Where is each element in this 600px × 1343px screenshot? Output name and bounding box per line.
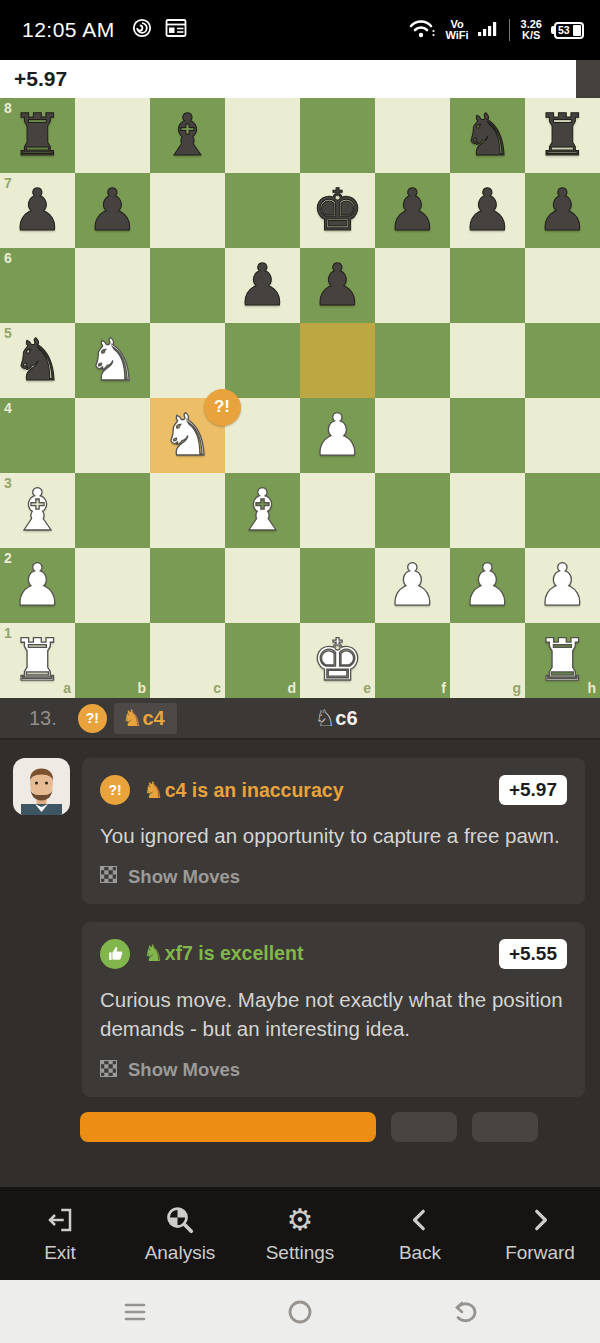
rank-label-7: 7 <box>4 176 12 190</box>
back-button[interactable]: Back <box>360 1187 480 1280</box>
square-g7[interactable]: ♟ <box>450 173 525 248</box>
square-f4[interactable] <box>375 398 450 473</box>
move-list-strip: 13. ?! ♞ c4 ♘ c6 <box>0 698 600 738</box>
evaluation-bar-black-segment <box>576 60 600 98</box>
thumbs-up-icon <box>100 939 130 969</box>
square-h4[interactable] <box>525 398 600 473</box>
square-a8[interactable]: 8♜ <box>0 98 75 173</box>
square-d5[interactable] <box>225 323 300 398</box>
square-c5[interactable] <box>150 323 225 398</box>
square-b4[interactable] <box>75 398 150 473</box>
knight-figurine-icon: ♘ <box>315 707 336 730</box>
signal-strength-icon <box>478 18 498 42</box>
square-a5[interactable]: 5♞ <box>0 323 75 398</box>
square-e8[interactable] <box>300 98 375 173</box>
knight-figurine-icon: ♞ <box>143 942 164 965</box>
piece-white-bishop[interactable]: ♝ <box>237 473 289 548</box>
knight-figurine-icon: ♞ <box>143 779 164 802</box>
evaluation-chip: +5.55 <box>499 939 567 969</box>
piece-white-rook[interactable]: ♜ <box>12 623 64 698</box>
card-title: ♞ c4 is an inaccuracy <box>143 779 344 802</box>
status-divider <box>509 19 510 41</box>
square-h8[interactable]: ♜ <box>525 98 600 173</box>
rank-label-4: 4 <box>4 401 12 415</box>
square-d2[interactable] <box>225 548 300 623</box>
file-label-c: c <box>213 681 221 695</box>
square-d3[interactable]: ♝ <box>225 473 300 548</box>
inaccuracy-badge-icon: ?! <box>204 389 241 426</box>
chevron-right-icon <box>527 1204 553 1236</box>
knight-figurine-icon: ♞ <box>122 707 143 730</box>
home-icon[interactable] <box>270 1292 330 1332</box>
square-g6[interactable] <box>450 248 525 323</box>
square-b5[interactable]: ♞ <box>75 323 150 398</box>
vowifi-label: Vo WiFi <box>445 19 468 41</box>
secondary-button-right[interactable] <box>472 1112 538 1142</box>
square-b8[interactable] <box>75 98 150 173</box>
piece-white-rook[interactable]: ♜ <box>537 623 589 698</box>
file-label-h: h <box>587 681 596 695</box>
network-speed: 3.26 K/S <box>521 19 542 41</box>
card-title: ♞ xf7 is excellent <box>143 942 303 965</box>
square-f5[interactable] <box>375 323 450 398</box>
comment-text: You ignored an opportunity to capture a … <box>100 821 567 851</box>
square-f2[interactable]: ♟ <box>375 548 450 623</box>
gear-icon: ⚙ <box>287 1204 314 1236</box>
spiral-notification-icon <box>131 17 153 43</box>
square-g3[interactable] <box>450 473 525 548</box>
piece-white-pawn[interactable]: ♟ <box>312 398 364 473</box>
piece-black-knight[interactable]: ♞ <box>462 98 514 173</box>
square-h5[interactable] <box>525 323 600 398</box>
square-e3[interactable] <box>300 473 375 548</box>
piece-black-pawn[interactable]: ♟ <box>462 173 514 248</box>
square-d8[interactable] <box>225 98 300 173</box>
move-number: 13. <box>29 707 57 730</box>
status-bar: 12:05 AM <box>0 0 600 60</box>
piece-black-pawn[interactable]: ♟ <box>87 173 139 248</box>
evaluation-chip: +5.97 <box>499 775 567 805</box>
secondary-button-left[interactable] <box>391 1112 457 1142</box>
chevron-left-icon <box>407 1204 433 1236</box>
piece-white-pawn[interactable]: ♟ <box>462 548 514 623</box>
piece-white-king[interactable]: ♚ <box>312 623 364 698</box>
square-c6[interactable] <box>150 248 225 323</box>
piece-white-knight[interactable]: ♞ <box>87 323 139 398</box>
square-e2[interactable] <box>300 548 375 623</box>
square-b2[interactable] <box>75 548 150 623</box>
primary-action-button[interactable] <box>80 1112 376 1142</box>
square-e1[interactable]: e♚ <box>300 623 375 698</box>
square-h2[interactable]: ♟ <box>525 548 600 623</box>
file-label-f: f <box>441 681 446 695</box>
forward-button[interactable]: Forward <box>480 1187 600 1280</box>
square-a4[interactable]: 4 <box>0 398 75 473</box>
android-navigation-bar <box>0 1280 600 1343</box>
battery-percent: 53 <box>558 24 570 36</box>
square-f1[interactable]: f <box>375 623 450 698</box>
square-a1[interactable]: 1a♜ <box>0 623 75 698</box>
coach-avatar <box>13 758 70 815</box>
square-c7[interactable] <box>150 173 225 248</box>
settings-button[interactable]: ⚙ Settings <box>240 1187 360 1280</box>
square-g5[interactable] <box>450 323 525 398</box>
battery-icon: 53 <box>551 22 584 39</box>
analysis-magnifier-icon <box>165 1204 195 1236</box>
piece-black-knight[interactable]: ♞ <box>12 323 64 398</box>
clock: 12:05 AM <box>22 18 115 42</box>
inaccuracy-badge-icon: ?! <box>78 704 107 733</box>
square-c3[interactable] <box>150 473 225 548</box>
show-moves-button[interactable]: Show Moves <box>100 866 567 888</box>
inaccuracy-badge-icon: ?! <box>100 775 130 805</box>
app-screen: 12:05 AM <box>0 0 600 1343</box>
rank-label-3: 3 <box>4 476 12 490</box>
evaluation-bar: +5.97 <box>0 60 600 98</box>
square-b1[interactable]: b <box>75 623 150 698</box>
analysis-button[interactable]: Analysis <box>120 1187 240 1280</box>
square-f8[interactable] <box>375 98 450 173</box>
rank-label-1: 1 <box>4 626 12 640</box>
rank-label-2: 2 <box>4 551 12 565</box>
exit-button[interactable]: Exit <box>0 1187 120 1280</box>
file-label-g: g <box>512 681 521 695</box>
evaluation-value: +5.97 <box>0 67 67 91</box>
chess-board[interactable]: 8♜♝♞♜7♟♟♚♟♟♟6♟♟5♞♞4♞♟3♝♝2♟♟♟♟1a♜bcde♚fgh… <box>0 98 600 698</box>
black-move[interactable]: ♘ c6 <box>315 707 358 730</box>
square-b6[interactable] <box>75 248 150 323</box>
checkerboard-icon <box>100 1060 117 1081</box>
move-comment-card-inaccuracy: ?! ♞ c4 is an inaccuracy +5.97 You ignor… <box>82 758 585 904</box>
recent-apps-icon[interactable] <box>105 1292 165 1332</box>
square-f6[interactable] <box>375 248 450 323</box>
rank-label-6: 6 <box>4 251 12 265</box>
file-label-a: a <box>63 681 71 695</box>
square-g4[interactable] <box>450 398 525 473</box>
square-f3[interactable] <box>375 473 450 548</box>
square-a7[interactable]: 7♟ <box>0 173 75 248</box>
square-b3[interactable] <box>75 473 150 548</box>
bottom-navigation: Exit Analysis ⚙ Settings Ba <box>0 1187 600 1280</box>
comment-text: Curious move. Maybe not exactly what the… <box>100 985 567 1044</box>
analysis-panel: ?! ♞ c4 is an inaccuracy +5.97 You ignor… <box>0 738 600 1187</box>
wifi-icon <box>408 17 436 43</box>
move-comment-card-excellent: ♞ xf7 is excellent +5.55 Curious move. M… <box>82 922 585 1097</box>
square-d1[interactable]: d <box>225 623 300 698</box>
android-back-icon[interactable] <box>435 1292 495 1332</box>
piece-black-rook[interactable]: ♜ <box>12 98 64 173</box>
exit-door-icon <box>45 1204 75 1236</box>
piece-black-pawn[interactable]: ♟ <box>237 248 289 323</box>
rank-label-5: 5 <box>4 326 12 340</box>
piece-black-pawn[interactable]: ♟ <box>387 173 439 248</box>
rank-label-8: 8 <box>4 101 12 115</box>
window-notification-icon <box>165 18 187 42</box>
square-d7[interactable] <box>225 173 300 248</box>
square-d6[interactable]: ♟ <box>225 248 300 323</box>
white-move-chip[interactable]: ♞ c4 <box>114 703 177 734</box>
square-b7[interactable]: ♟ <box>75 173 150 248</box>
square-e5[interactable] <box>300 323 375 398</box>
piece-black-pawn[interactable]: ♟ <box>312 248 364 323</box>
file-label-d: d <box>287 681 296 695</box>
piece-white-pawn[interactable]: ♟ <box>387 548 439 623</box>
piece-white-pawn[interactable]: ♟ <box>12 548 64 623</box>
piece-white-pawn[interactable]: ♟ <box>537 548 589 623</box>
square-e7[interactable]: ♚ <box>300 173 375 248</box>
square-h1[interactable]: h♜ <box>525 623 600 698</box>
square-e6[interactable]: ♟ <box>300 248 375 323</box>
piece-black-pawn[interactable]: ♟ <box>12 173 64 248</box>
square-h7[interactable]: ♟ <box>525 173 600 248</box>
piece-black-rook[interactable]: ♜ <box>537 98 589 173</box>
square-g1[interactable]: g <box>450 623 525 698</box>
file-label-b: b <box>137 681 146 695</box>
piece-black-king[interactable]: ♚ <box>312 173 364 248</box>
square-g8[interactable]: ♞ <box>450 98 525 173</box>
square-a6[interactable]: 6 <box>0 248 75 323</box>
square-f7[interactable]: ♟ <box>375 173 450 248</box>
square-c1[interactable]: c <box>150 623 225 698</box>
piece-black-bishop[interactable]: ♝ <box>162 98 214 173</box>
piece-white-bishop[interactable]: ♝ <box>12 473 64 548</box>
square-h6[interactable] <box>525 248 600 323</box>
square-a2[interactable]: 2♟ <box>0 548 75 623</box>
square-a3[interactable]: 3♝ <box>0 473 75 548</box>
piece-black-pawn[interactable]: ♟ <box>537 173 589 248</box>
square-e4[interactable]: ♟ <box>300 398 375 473</box>
checkerboard-icon <box>100 866 117 887</box>
square-c2[interactable] <box>150 548 225 623</box>
show-moves-button[interactable]: Show Moves <box>100 1059 567 1081</box>
square-c8[interactable]: ♝ <box>150 98 225 173</box>
file-label-e: e <box>363 681 371 695</box>
square-h3[interactable] <box>525 473 600 548</box>
square-g2[interactable]: ♟ <box>450 548 525 623</box>
